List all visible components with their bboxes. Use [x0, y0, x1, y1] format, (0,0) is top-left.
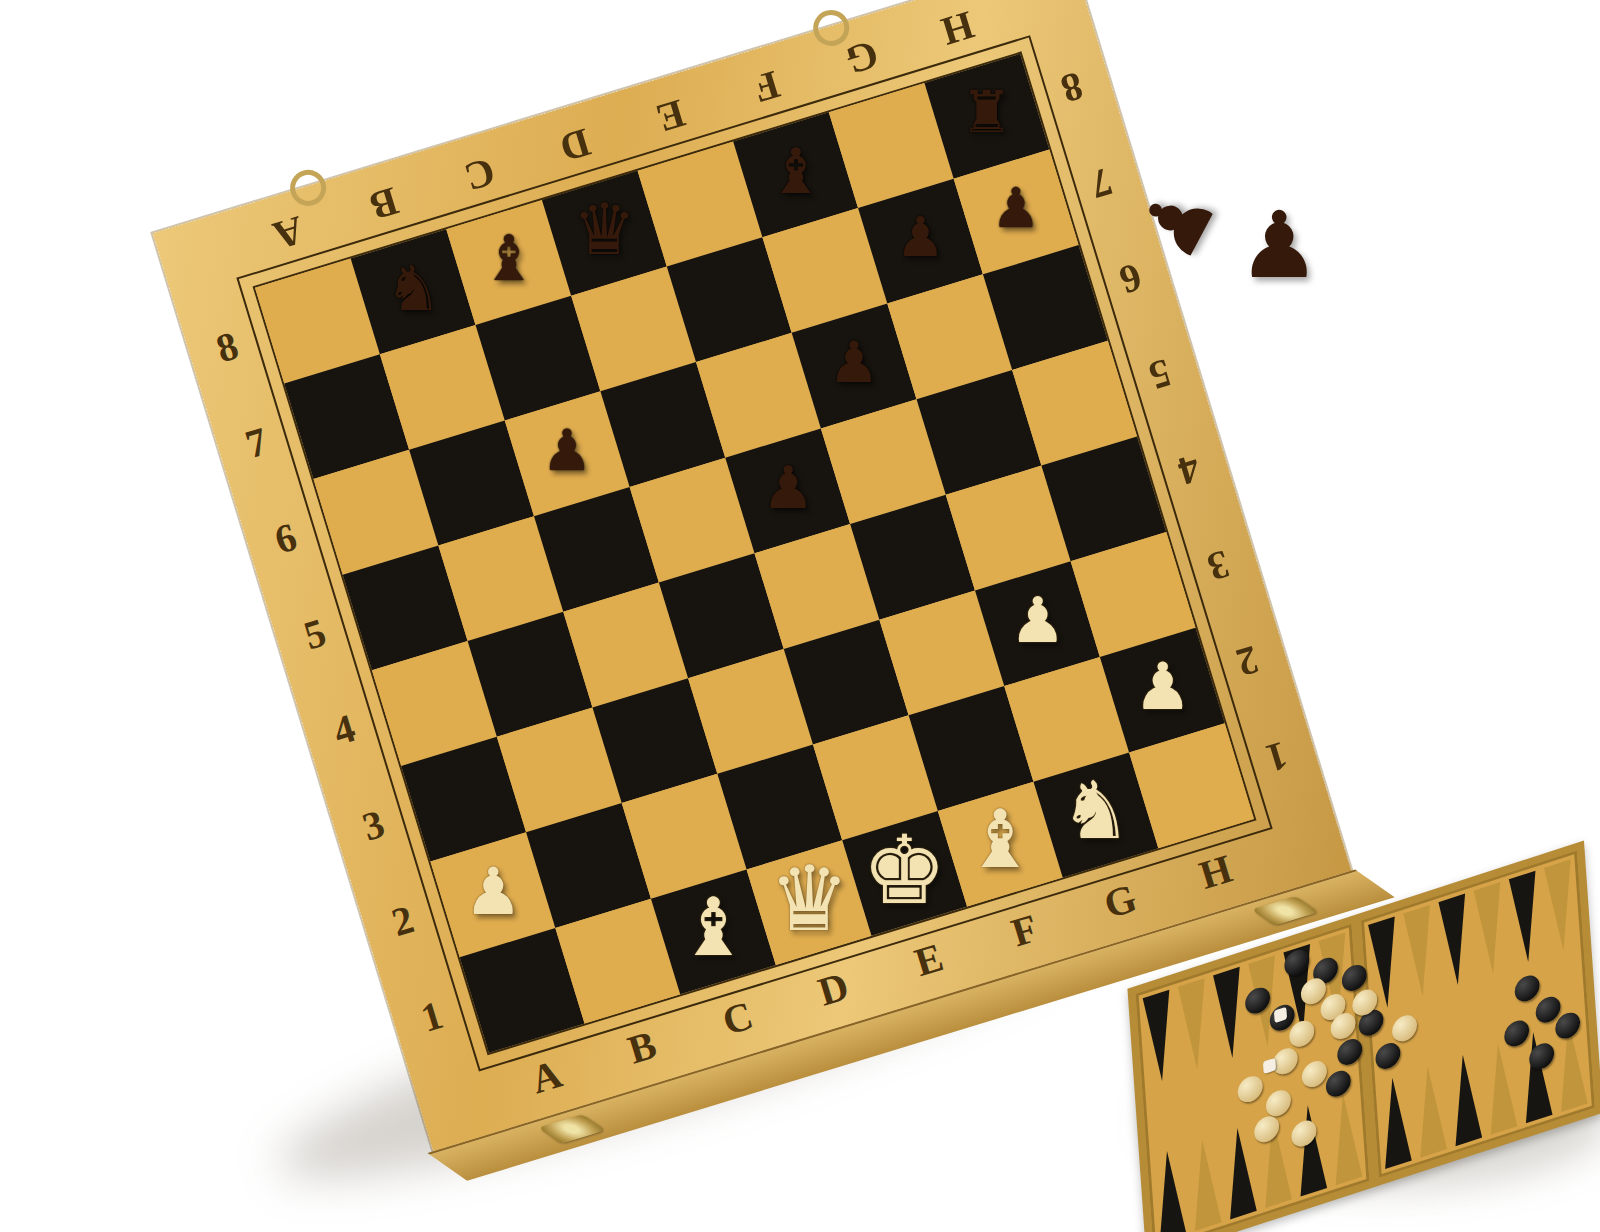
rank-label-left-4: 4 — [304, 674, 383, 785]
rank-label-left-2: 2 — [363, 865, 442, 976]
black-pawn[interactable]: ♟ — [896, 210, 945, 265]
backgammon-point — [1224, 1124, 1257, 1220]
black-queen[interactable]: ♛ — [573, 194, 637, 265]
backgammon-point — [1438, 894, 1471, 990]
white-pawn[interactable]: ♟ — [1133, 654, 1191, 719]
white-knight[interactable]: ♞ — [1060, 771, 1132, 851]
file-label-top-B: B — [329, 165, 440, 244]
backgammon-point — [1154, 1147, 1187, 1232]
rank-label-left-3: 3 — [334, 769, 413, 880]
backgammon-point — [1143, 990, 1176, 1086]
product-photo: ABCDEFGH ABCDEFGH 87654321 87654321 ♞♝♛♝… — [0, 0, 1600, 1232]
backgammon-point — [1379, 1073, 1412, 1169]
black-pawn[interactable]: ♟ — [761, 457, 814, 516]
rank-label-left-1: 1 — [392, 961, 471, 1072]
rank-label-left-7: 7 — [217, 387, 296, 498]
file-label-top-E: E — [616, 77, 727, 156]
backgammon-point — [1474, 882, 1507, 978]
black-pawn[interactable]: ♟ — [542, 421, 593, 478]
backgammon-point — [1178, 978, 1211, 1074]
black-pawn[interactable]: ♟ — [991, 180, 1040, 235]
backgammon-point — [1544, 859, 1577, 955]
white-queen[interactable]: ♛ — [769, 854, 850, 944]
white-pawn[interactable]: ♟ — [464, 858, 522, 923]
white-bishop[interactable]: ♝ — [678, 888, 750, 968]
white-pawn[interactable]: ♟ — [1009, 588, 1065, 651]
black-pawn-offboard-standing[interactable]: ♟ — [1238, 200, 1320, 292]
rank-label-left-8: 8 — [188, 291, 267, 402]
rank-label-left-5: 5 — [275, 578, 354, 689]
backgammon-point — [1294, 1101, 1327, 1197]
file-label-top-A: A — [233, 194, 344, 273]
black-rook[interactable]: ♜ — [961, 83, 1013, 141]
white-bishop[interactable]: ♝ — [964, 800, 1036, 880]
backgammon-point — [1509, 871, 1542, 967]
backgammon-point — [1213, 967, 1246, 1063]
front-clasp — [538, 1114, 605, 1143]
backgammon-points-row — [1368, 859, 1577, 1012]
backgammon-point — [1189, 1135, 1222, 1231]
black-bishop[interactable]: ♝ — [480, 227, 536, 290]
file-label-top-C: C — [424, 136, 535, 215]
backgammon-point — [1520, 1028, 1553, 1124]
backgammon-points-row — [1154, 1089, 1363, 1232]
right-clasp — [1252, 896, 1319, 925]
rank-label-left-6: 6 — [246, 482, 325, 593]
black-knight[interactable]: ♞ — [385, 256, 441, 319]
file-label-top-F: F — [711, 48, 822, 127]
backgammon-point — [1449, 1051, 1482, 1147]
backgammon-point — [1414, 1062, 1447, 1158]
backgammon-point — [1485, 1039, 1518, 1135]
black-pawn[interactable]: ♟ — [829, 334, 880, 391]
black-bishop[interactable]: ♝ — [767, 139, 823, 202]
backgammon-point — [1330, 1089, 1363, 1185]
backgammon-point — [1403, 905, 1436, 1001]
white-king[interactable]: ♚ — [862, 822, 947, 917]
file-label-top-D: D — [520, 106, 631, 185]
